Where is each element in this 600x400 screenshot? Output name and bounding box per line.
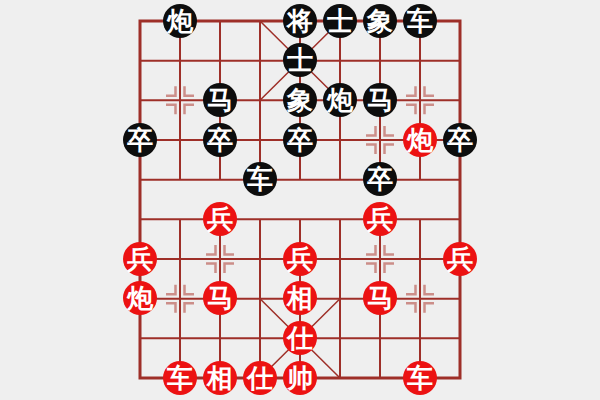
piece-red-horse[interactable]: 马 [363,281,397,315]
piece-black-elephant[interactable]: 象 [283,83,317,117]
piece-red-horse[interactable]: 马 [203,281,237,315]
piece-red-cannon[interactable]: 炮 [123,281,157,315]
piece-red-elephant[interactable]: 相 [283,281,317,315]
piece-red-soldier[interactable]: 兵 [363,202,397,236]
piece-red-elephant[interactable]: 相 [203,361,237,395]
piece-black-soldier[interactable]: 卒 [363,162,397,196]
piece-black-horse[interactable]: 马 [363,83,397,117]
piece-black-chariot[interactable]: 车 [403,4,437,38]
piece-black-horse[interactable]: 马 [203,83,237,117]
piece-black-soldier[interactable]: 卒 [203,123,237,157]
xiangqi-board: 炮将士象车士马象炮马卒卒卒炮卒车卒兵兵兵兵兵炮马相马仕车相仕帅车 [120,1,480,398]
piece-red-chariot[interactable]: 车 [163,361,197,395]
piece-red-soldier[interactable]: 兵 [123,242,157,276]
piece-red-advisor[interactable]: 仕 [283,321,317,355]
piece-black-king[interactable]: 将 [283,4,317,38]
piece-red-soldier[interactable]: 兵 [203,202,237,236]
piece-black-cannon[interactable]: 炮 [163,4,197,38]
piece-black-soldier[interactable]: 卒 [123,123,157,157]
screenshot-root: 炮将士象车士马象炮马卒卒卒炮卒车卒兵兵兵兵兵炮马相马仕车相仕帅车 [0,0,600,400]
piece-red-king[interactable]: 帅 [283,361,317,395]
piece-black-soldier[interactable]: 卒 [443,123,477,157]
piece-red-soldier[interactable]: 兵 [283,242,317,276]
piece-black-cannon[interactable]: 炮 [323,83,357,117]
piece-red-chariot[interactable]: 车 [403,361,437,395]
piece-black-elephant[interactable]: 象 [363,4,397,38]
piece-red-cannon[interactable]: 炮 [403,123,437,157]
piece-red-advisor[interactable]: 仕 [243,361,277,395]
piece-black-chariot[interactable]: 车 [243,162,277,196]
piece-black-advisor[interactable]: 士 [323,4,357,38]
piece-black-advisor[interactable]: 士 [283,43,317,77]
piece-black-soldier[interactable]: 卒 [283,123,317,157]
piece-red-soldier[interactable]: 兵 [443,242,477,276]
